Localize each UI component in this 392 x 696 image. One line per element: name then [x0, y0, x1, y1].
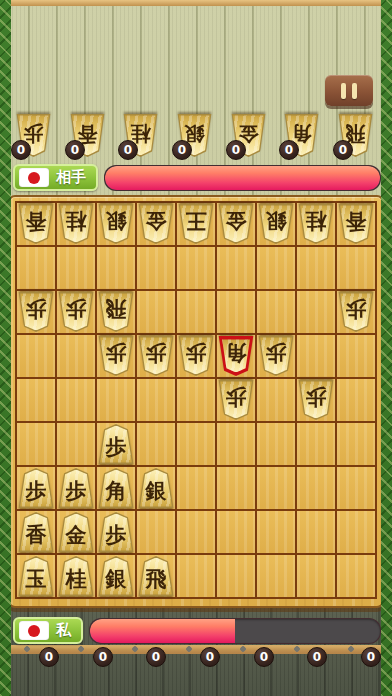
- board-cell-5-2[interactable]: [177, 247, 215, 289]
- piece-kanji: 香: [338, 204, 374, 244]
- captured-角: 角0: [284, 114, 319, 157]
- flag-sun-icon: [28, 625, 40, 637]
- shogi-piece-歩-gote[interactable]: 歩: [98, 336, 134, 376]
- shogi-piece-香-sente[interactable]: 香: [18, 512, 54, 552]
- capture-count-badge: 0: [65, 140, 85, 160]
- player-name: 私: [56, 621, 71, 640]
- shogi-app: 歩0香0桂0銀0金0角0飛0 相手 香桂銀金王金銀桂香歩歩飛歩歩歩歩角歩歩歩歩歩…: [0, 0, 392, 696]
- pause-icon: [341, 83, 346, 99]
- board-cell-2-1[interactable]: 桂: [297, 203, 335, 245]
- board-cell-4-8[interactable]: [217, 511, 255, 553]
- board-cell-6-4[interactable]: 歩: [137, 335, 175, 377]
- board-cell-7-3[interactable]: 飛: [97, 291, 135, 333]
- board-cell-5-4[interactable]: 歩: [177, 335, 215, 377]
- decor-border-left: [0, 0, 11, 696]
- board-cell-3-3[interactable]: [257, 291, 295, 333]
- player-hud: 私: [13, 617, 381, 644]
- board-cell-6-3[interactable]: [137, 291, 175, 333]
- board-cell-4-1[interactable]: 金: [217, 203, 255, 245]
- board-cell-6-1[interactable]: 金: [137, 203, 175, 245]
- board-cell-9-3[interactable]: 歩: [17, 291, 55, 333]
- board-cell-5-1[interactable]: 王: [177, 203, 215, 245]
- board-cell-6-8[interactable]: [137, 511, 175, 553]
- board-cell-4-9[interactable]: [217, 555, 255, 597]
- piece-kanji: 歩: [338, 292, 374, 332]
- board-cell-5-7[interactable]: [177, 467, 215, 509]
- shogi-piece-歩-gote[interactable]: 歩: [58, 292, 94, 332]
- board-cell-8-8[interactable]: 金: [57, 511, 95, 553]
- board-cell-8-4[interactable]: [57, 335, 95, 377]
- captured-香: 香0: [70, 114, 105, 157]
- captured-金: 金0: [231, 114, 266, 157]
- board-cell-6-7[interactable]: 銀: [137, 467, 175, 509]
- shogi-piece-角-gote[interactable]: 角: [218, 336, 254, 376]
- board-cell-3-2[interactable]: [257, 247, 295, 289]
- board-cell-4-4[interactable]: 角: [217, 335, 255, 377]
- shogi-piece-歩-sente[interactable]: 歩: [18, 468, 54, 508]
- captured-銀: 銀0: [177, 114, 212, 157]
- shogi-piece-銀-gote[interactable]: 銀: [98, 204, 134, 244]
- capture-count-badge: 0: [39, 647, 59, 667]
- board-cell-8-5[interactable]: [57, 379, 95, 421]
- shogi-piece-桂-gote[interactable]: 桂: [298, 204, 334, 244]
- capture-count-badge: 0: [200, 647, 220, 667]
- piece-kanji: 金: [58, 512, 94, 552]
- wood-shelf: [0, 645, 392, 654]
- board-cell-9-1[interactable]: 香: [17, 203, 55, 245]
- piece-kanji: 角: [98, 468, 134, 508]
- board-cell-7-2[interactable]: [97, 247, 135, 289]
- piece-kanji: 桂: [58, 204, 94, 244]
- capture-count-badge: 0: [254, 647, 274, 667]
- shogi-piece-歩-gote[interactable]: 歩: [138, 336, 174, 376]
- board-cell-7-9[interactable]: 銀: [97, 555, 135, 597]
- board-grid: 香桂銀金王金銀桂香歩歩飛歩歩歩歩角歩歩歩歩歩歩角銀香金歩玉桂銀飛: [15, 201, 377, 599]
- board-cell-8-1[interactable]: 桂: [57, 203, 95, 245]
- board-cell-9-4[interactable]: [17, 335, 55, 377]
- board-cell-4-5[interactable]: 歩: [217, 379, 255, 421]
- shogi-piece-金-gote[interactable]: 金: [138, 204, 174, 244]
- piece-kanji: 飛: [138, 556, 174, 596]
- board-cell-4-6[interactable]: [217, 423, 255, 465]
- capture-count-badge: 0: [146, 647, 166, 667]
- capture-count-badge: 0: [279, 140, 299, 160]
- piece-kanji: 香: [18, 204, 54, 244]
- board-cell-7-1[interactable]: 銀: [97, 203, 135, 245]
- shogi-piece-金-sente[interactable]: 金: [58, 512, 94, 552]
- board-cell-3-7[interactable]: [257, 467, 295, 509]
- piece-kanji: 王: [178, 204, 214, 244]
- board-cell-9-2[interactable]: [17, 247, 55, 289]
- piece-kanji: 飛: [98, 292, 134, 332]
- board-cell-6-9[interactable]: 飛: [137, 555, 175, 597]
- capture-count-badge: 0: [307, 647, 327, 667]
- piece-kanji: 香: [18, 512, 54, 552]
- shogi-piece-王-gote[interactable]: 王: [178, 204, 214, 244]
- board-cell-2-8[interactable]: [297, 511, 335, 553]
- captured-飛: 飛0: [338, 114, 373, 157]
- board-cell-2-9[interactable]: [297, 555, 335, 597]
- piece-kanji: 歩: [98, 336, 134, 376]
- shogi-piece-銀-gote[interactable]: 銀: [258, 204, 294, 244]
- board-cell-7-8[interactable]: 歩: [97, 511, 135, 553]
- opponent-hp-bar: [104, 165, 381, 191]
- shogi-piece-香-gote[interactable]: 香: [18, 204, 54, 244]
- player-hp-bar: [89, 618, 381, 644]
- opponent-label: 相手: [13, 164, 98, 191]
- board-cell-7-5[interactable]: [97, 379, 135, 421]
- shogi-piece-桂-sente[interactable]: 桂: [58, 556, 94, 596]
- shogi-piece-歩-gote[interactable]: 歩: [178, 336, 214, 376]
- board-cell-8-3[interactable]: 歩: [57, 291, 95, 333]
- opponent-name: 相手: [56, 168, 86, 187]
- board-cell-8-6[interactable]: [57, 423, 95, 465]
- board-cell-3-6[interactable]: [257, 423, 295, 465]
- shogi-piece-歩-sente[interactable]: 歩: [58, 468, 94, 508]
- shogi-piece-銀-sente[interactable]: 銀: [138, 468, 174, 508]
- board-cell-6-5[interactable]: [137, 379, 175, 421]
- shogi-piece-香-gote[interactable]: 香: [338, 204, 374, 244]
- board-cell-3-4[interactable]: 歩: [257, 335, 295, 377]
- player-label: 私: [13, 617, 83, 644]
- capture-count-badge: 0: [93, 647, 113, 667]
- piece-kanji: 銀: [258, 204, 294, 244]
- piece-kanji: 歩: [18, 468, 54, 508]
- capture-count-badge: 0: [226, 140, 246, 160]
- board-cell-8-7[interactable]: 歩: [57, 467, 95, 509]
- pause-button[interactable]: [325, 75, 373, 106]
- shogi-piece-歩-gote[interactable]: 歩: [18, 292, 54, 332]
- board-cell-2-2[interactable]: [297, 247, 335, 289]
- board-cell-9-8[interactable]: 香: [17, 511, 55, 553]
- board-cell-4-7[interactable]: [217, 467, 255, 509]
- captured-桂: 桂0: [123, 114, 158, 157]
- decor-border-right: [381, 0, 392, 696]
- piece-kanji: 歩: [258, 336, 294, 376]
- piece-kanji: 歩: [178, 336, 214, 376]
- board-cell-7-6[interactable]: 歩: [97, 423, 135, 465]
- board-cell-2-3[interactable]: [297, 291, 335, 333]
- piece-kanji: 歩: [58, 292, 94, 332]
- shogi-piece-玉-sente[interactable]: 玉: [18, 556, 54, 596]
- shogi-piece-歩-sente[interactable]: 歩: [98, 424, 134, 464]
- piece-kanji: 銀: [138, 468, 174, 508]
- capture-count-badge: 0: [361, 647, 381, 667]
- piece-kanji: 歩: [98, 424, 134, 464]
- shogi-piece-角-sente[interactable]: 角: [98, 468, 134, 508]
- shogi-piece-歩-sente[interactable]: 歩: [98, 512, 134, 552]
- board-cell-1-1[interactable]: 香: [337, 203, 375, 245]
- player-hp-fill: [90, 619, 235, 643]
- shogi-piece-歩-gote[interactable]: 歩: [298, 380, 334, 420]
- board-cell-1-3[interactable]: 歩: [337, 291, 375, 333]
- board-cell-1-2[interactable]: [337, 247, 375, 289]
- board-cell-5-8[interactable]: [177, 511, 215, 553]
- board-cell-2-7[interactable]: [297, 467, 335, 509]
- board-cell-1-6[interactable]: [337, 423, 375, 465]
- board-cell-5-5[interactable]: [177, 379, 215, 421]
- board-cell-9-7[interactable]: 歩: [17, 467, 55, 509]
- board-cell-8-9[interactable]: 桂: [57, 555, 95, 597]
- board-cell-7-7[interactable]: 角: [97, 467, 135, 509]
- piece-kanji: 桂: [58, 556, 94, 596]
- board-cell-9-9[interactable]: 玉: [17, 555, 55, 597]
- board-cell-7-4[interactable]: 歩: [97, 335, 135, 377]
- shogi-piece-飛-sente[interactable]: 飛: [138, 556, 174, 596]
- board-cell-1-7[interactable]: [337, 467, 375, 509]
- top-wood-trim: [0, 0, 392, 6]
- piece-kanji: 歩: [98, 512, 134, 552]
- shogi-piece-歩-gote[interactable]: 歩: [338, 292, 374, 332]
- board-cell-1-4[interactable]: [337, 335, 375, 377]
- board-cell-3-1[interactable]: 銀: [257, 203, 295, 245]
- board-cell-1-8[interactable]: [337, 511, 375, 553]
- board-cell-3-8[interactable]: [257, 511, 295, 553]
- capture-count-badge: 0: [11, 140, 31, 160]
- board-cell-4-3[interactable]: [217, 291, 255, 333]
- board-cell-9-5[interactable]: [17, 379, 55, 421]
- board-cell-8-2[interactable]: [57, 247, 95, 289]
- board-cell-6-6[interactable]: [137, 423, 175, 465]
- pause-icon: [352, 83, 357, 99]
- captured-歩: 歩0: [16, 114, 51, 157]
- japan-flag-icon: [19, 621, 49, 640]
- japan-flag-icon: [19, 168, 49, 187]
- piece-kanji: 金: [218, 204, 254, 244]
- piece-kanji: 歩: [58, 468, 94, 508]
- piece-kanji: 歩: [218, 380, 254, 420]
- shogi-piece-金-gote[interactable]: 金: [218, 204, 254, 244]
- board-cell-3-5[interactable]: [257, 379, 295, 421]
- board-cell-1-5[interactable]: [337, 379, 375, 421]
- board-cell-2-6[interactable]: [297, 423, 335, 465]
- board-cell-2-5[interactable]: 歩: [297, 379, 335, 421]
- opponent-hud: 相手: [13, 164, 381, 191]
- shogi-piece-歩-gote[interactable]: 歩: [258, 336, 294, 376]
- capture-count-badge: 0: [333, 140, 353, 160]
- board-cell-5-6[interactable]: [177, 423, 215, 465]
- shogi-board: 香桂銀金王金銀桂香歩歩飛歩歩歩歩角歩歩歩歩歩歩角銀香金歩玉桂銀飛: [8, 195, 384, 608]
- capture-count-badge: 0: [172, 140, 192, 160]
- piece-kanji: 金: [138, 204, 174, 244]
- board-cell-9-6[interactable]: [17, 423, 55, 465]
- board-cell-6-2[interactable]: [137, 247, 175, 289]
- piece-kanji: 桂: [298, 204, 334, 244]
- piece-kanji: 玉: [18, 556, 54, 596]
- shogi-piece-桂-gote[interactable]: 桂: [58, 204, 94, 244]
- piece-kanji: 銀: [98, 204, 134, 244]
- shogi-piece-飛-gote[interactable]: 飛: [98, 292, 134, 332]
- shogi-piece-歩-gote[interactable]: 歩: [218, 380, 254, 420]
- board-cell-5-9[interactable]: [177, 555, 215, 597]
- board-cell-5-3[interactable]: [177, 291, 215, 333]
- piece-kanji: 歩: [138, 336, 174, 376]
- board-cell-1-9[interactable]: [337, 555, 375, 597]
- board-cell-4-2[interactable]: [217, 247, 255, 289]
- capture-count-badge: 0: [118, 140, 138, 160]
- piece-kanji: 歩: [298, 380, 334, 420]
- opponent-hp-fill: [105, 166, 380, 190]
- flag-sun-icon: [28, 172, 40, 184]
- piece-kanji: 銀: [98, 556, 134, 596]
- piece-kanji: 歩: [18, 292, 54, 332]
- board-cell-2-4[interactable]: [297, 335, 335, 377]
- board-cell-3-9[interactable]: [257, 555, 295, 597]
- shogi-piece-銀-sente[interactable]: 銀: [98, 556, 134, 596]
- piece-kanji: 角: [218, 336, 254, 376]
